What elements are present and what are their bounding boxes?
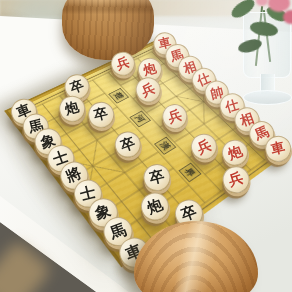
piece-red-soldier[interactable]: 兵 bbox=[132, 73, 164, 105]
piece-character: 卒 bbox=[179, 203, 198, 222]
piece-character: 炮 bbox=[63, 100, 80, 117]
piece-character: 兵 bbox=[227, 170, 245, 188]
piece-red-soldier[interactable]: 兵 bbox=[187, 130, 221, 164]
piece-black-soldier[interactable]: 卒 bbox=[86, 99, 117, 130]
piece-red-soldier[interactable]: 兵 bbox=[108, 49, 138, 79]
piece-character: 卒 bbox=[93, 106, 110, 123]
piece-character: 炮 bbox=[225, 143, 243, 161]
piece-red-cannon[interactable]: 炮 bbox=[218, 136, 252, 170]
piece-character: 卒 bbox=[68, 78, 85, 95]
piece-black-soldier[interactable]: 卒 bbox=[111, 128, 145, 162]
piece-character: 車 bbox=[270, 140, 287, 157]
piece-character: 兵 bbox=[115, 56, 131, 72]
piece-character: 兵 bbox=[139, 81, 156, 98]
piece-character: 炮 bbox=[145, 197, 165, 217]
piece-character: 卒 bbox=[148, 168, 166, 186]
product-photo-scene: 楚 河 漢 界 車馬象士將士象馬車炮炮卒卒卒卒卒兵兵兵兵兵炮炮車馬相仕帥仕相馬車 bbox=[0, 0, 292, 292]
piece-character: 卒 bbox=[119, 135, 137, 153]
piece-character: 炮 bbox=[142, 61, 158, 77]
piece-black-cannon[interactable]: 炮 bbox=[137, 188, 174, 225]
piece-black-soldier[interactable]: 卒 bbox=[140, 161, 173, 194]
piece-red-soldier[interactable]: 兵 bbox=[159, 101, 191, 133]
piece-character: 兵 bbox=[195, 137, 213, 155]
piece-character: 馬 bbox=[108, 221, 128, 241]
piece-red-soldier[interactable]: 兵 bbox=[219, 162, 253, 196]
piece-character: 兵 bbox=[167, 108, 184, 125]
